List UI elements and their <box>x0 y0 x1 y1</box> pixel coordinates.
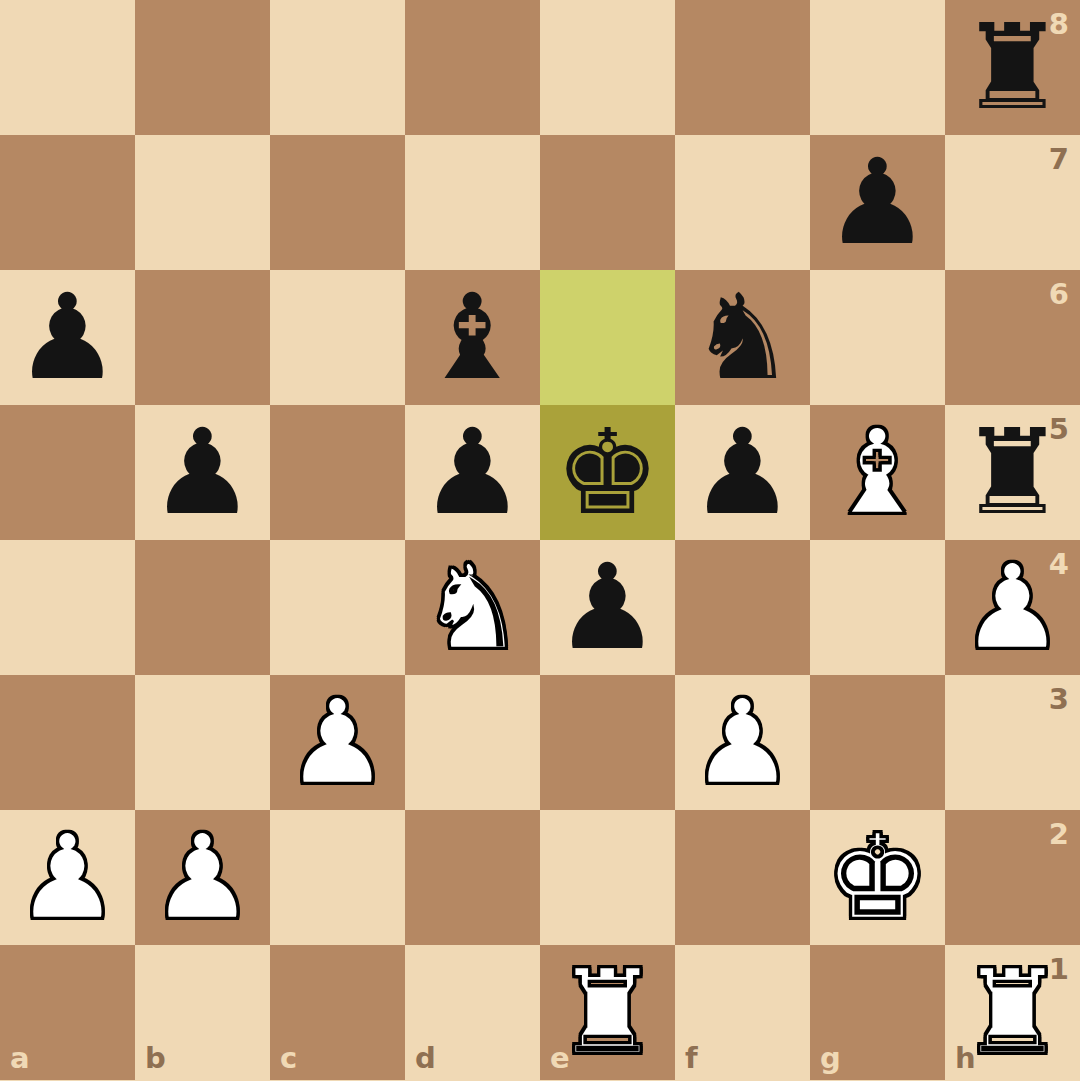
rank-label-2: 2 <box>1049 817 1069 851</box>
square-f8[interactable] <box>675 0 810 135</box>
square-e1[interactable]: ♜e <box>540 945 675 1080</box>
square-h4[interactable]: ♟4 <box>945 540 1080 675</box>
rank-label-7: 7 <box>1049 142 1069 176</box>
square-h8[interactable]: ♜8 <box>945 0 1080 135</box>
square-a6[interactable]: ♟ <box>0 270 135 405</box>
square-g3[interactable] <box>810 675 945 810</box>
square-e2[interactable] <box>540 810 675 945</box>
file-label-h: h <box>955 1041 976 1075</box>
square-d2[interactable] <box>405 810 540 945</box>
square-e3[interactable] <box>540 675 675 810</box>
square-a7[interactable] <box>0 135 135 270</box>
rank-label-4: 4 <box>1049 547 1069 581</box>
square-f7[interactable] <box>675 135 810 270</box>
square-c3[interactable]: ♟ <box>270 675 405 810</box>
square-a1[interactable]: a <box>0 945 135 1080</box>
square-b1[interactable]: b <box>135 945 270 1080</box>
square-f2[interactable] <box>675 810 810 945</box>
square-b2[interactable]: ♟ <box>135 810 270 945</box>
square-f3[interactable]: ♟ <box>675 675 810 810</box>
file-label-a: a <box>10 1041 30 1075</box>
square-h6[interactable]: 6 <box>945 270 1080 405</box>
square-c4[interactable] <box>270 540 405 675</box>
rank-label-6: 6 <box>1049 277 1069 311</box>
piece-white-pawn[interactable]: ♟ <box>270 675 405 810</box>
square-d6[interactable]: ♝ <box>405 270 540 405</box>
square-h1[interactable]: ♜1h <box>945 945 1080 1080</box>
rank-label-1: 1 <box>1049 952 1069 986</box>
square-d3[interactable] <box>405 675 540 810</box>
piece-white-pawn[interactable]: ♟ <box>135 810 270 945</box>
piece-white-bishop[interactable]: ♝ <box>810 405 945 540</box>
rank-label-3: 3 <box>1049 682 1069 716</box>
square-d5[interactable]: ♟ <box>405 405 540 540</box>
square-e4[interactable]: ♟ <box>540 540 675 675</box>
square-e7[interactable] <box>540 135 675 270</box>
square-b6[interactable] <box>135 270 270 405</box>
square-a5[interactable] <box>0 405 135 540</box>
square-h5[interactable]: ♜5 <box>945 405 1080 540</box>
square-c6[interactable] <box>270 270 405 405</box>
square-h3[interactable]: 3 <box>945 675 1080 810</box>
square-h7[interactable]: 7 <box>945 135 1080 270</box>
square-f4[interactable] <box>675 540 810 675</box>
file-label-g: g <box>820 1041 841 1075</box>
square-d7[interactable] <box>405 135 540 270</box>
square-c2[interactable] <box>270 810 405 945</box>
square-g7[interactable]: ♟ <box>810 135 945 270</box>
square-c5[interactable] <box>270 405 405 540</box>
piece-black-pawn[interactable]: ♟ <box>135 405 270 540</box>
square-f6[interactable]: ♞ <box>675 270 810 405</box>
square-h2[interactable]: 2 <box>945 810 1080 945</box>
piece-black-pawn[interactable]: ♟ <box>675 405 810 540</box>
square-e6[interactable] <box>540 270 675 405</box>
piece-black-pawn[interactable]: ♟ <box>810 135 945 270</box>
square-g2[interactable]: ♚ <box>810 810 945 945</box>
file-label-d: d <box>415 1041 436 1075</box>
square-d8[interactable] <box>405 0 540 135</box>
square-a2[interactable]: ♟ <box>0 810 135 945</box>
piece-black-pawn[interactable]: ♟ <box>405 405 540 540</box>
file-label-f: f <box>685 1041 698 1075</box>
square-g4[interactable] <box>810 540 945 675</box>
square-b5[interactable]: ♟ <box>135 405 270 540</box>
file-label-b: b <box>145 1041 166 1075</box>
square-g8[interactable] <box>810 0 945 135</box>
square-e5[interactable]: ♚ <box>540 405 675 540</box>
square-g1[interactable]: g <box>810 945 945 1080</box>
square-a3[interactable] <box>0 675 135 810</box>
square-g5[interactable]: ♝ <box>810 405 945 540</box>
piece-black-king[interactable]: ♚ <box>540 405 675 540</box>
piece-black-pawn[interactable]: ♟ <box>0 270 135 405</box>
square-f1[interactable]: f <box>675 945 810 1080</box>
square-b8[interactable] <box>135 0 270 135</box>
piece-black-bishop[interactable]: ♝ <box>405 270 540 405</box>
piece-white-pawn[interactable]: ♟ <box>675 675 810 810</box>
square-a8[interactable] <box>0 0 135 135</box>
piece-white-king[interactable]: ♚ <box>810 810 945 945</box>
square-a4[interactable] <box>0 540 135 675</box>
rank-label-5: 5 <box>1049 412 1069 446</box>
square-f5[interactable]: ♟ <box>675 405 810 540</box>
piece-white-knight[interactable]: ♞ <box>405 540 540 675</box>
square-b4[interactable] <box>135 540 270 675</box>
file-label-e: e <box>550 1041 570 1075</box>
square-c1[interactable]: c <box>270 945 405 1080</box>
square-d4[interactable]: ♞ <box>405 540 540 675</box>
square-b7[interactable] <box>135 135 270 270</box>
square-d1[interactable]: d <box>405 945 540 1080</box>
square-g6[interactable] <box>810 270 945 405</box>
square-b3[interactable] <box>135 675 270 810</box>
square-e8[interactable] <box>540 0 675 135</box>
piece-black-pawn[interactable]: ♟ <box>540 540 675 675</box>
piece-white-pawn[interactable]: ♟ <box>0 810 135 945</box>
piece-black-knight[interactable]: ♞ <box>675 270 810 405</box>
square-c8[interactable] <box>270 0 405 135</box>
square-c7[interactable] <box>270 135 405 270</box>
file-label-c: c <box>280 1041 297 1075</box>
chess-board: ♜8♟7♟♝♞6♟♟♚♟♝♜5♞♟♟4♟♟3♟♟♚2abcd♜efg♜1h <box>0 0 1080 1080</box>
rank-label-8: 8 <box>1049 7 1069 41</box>
